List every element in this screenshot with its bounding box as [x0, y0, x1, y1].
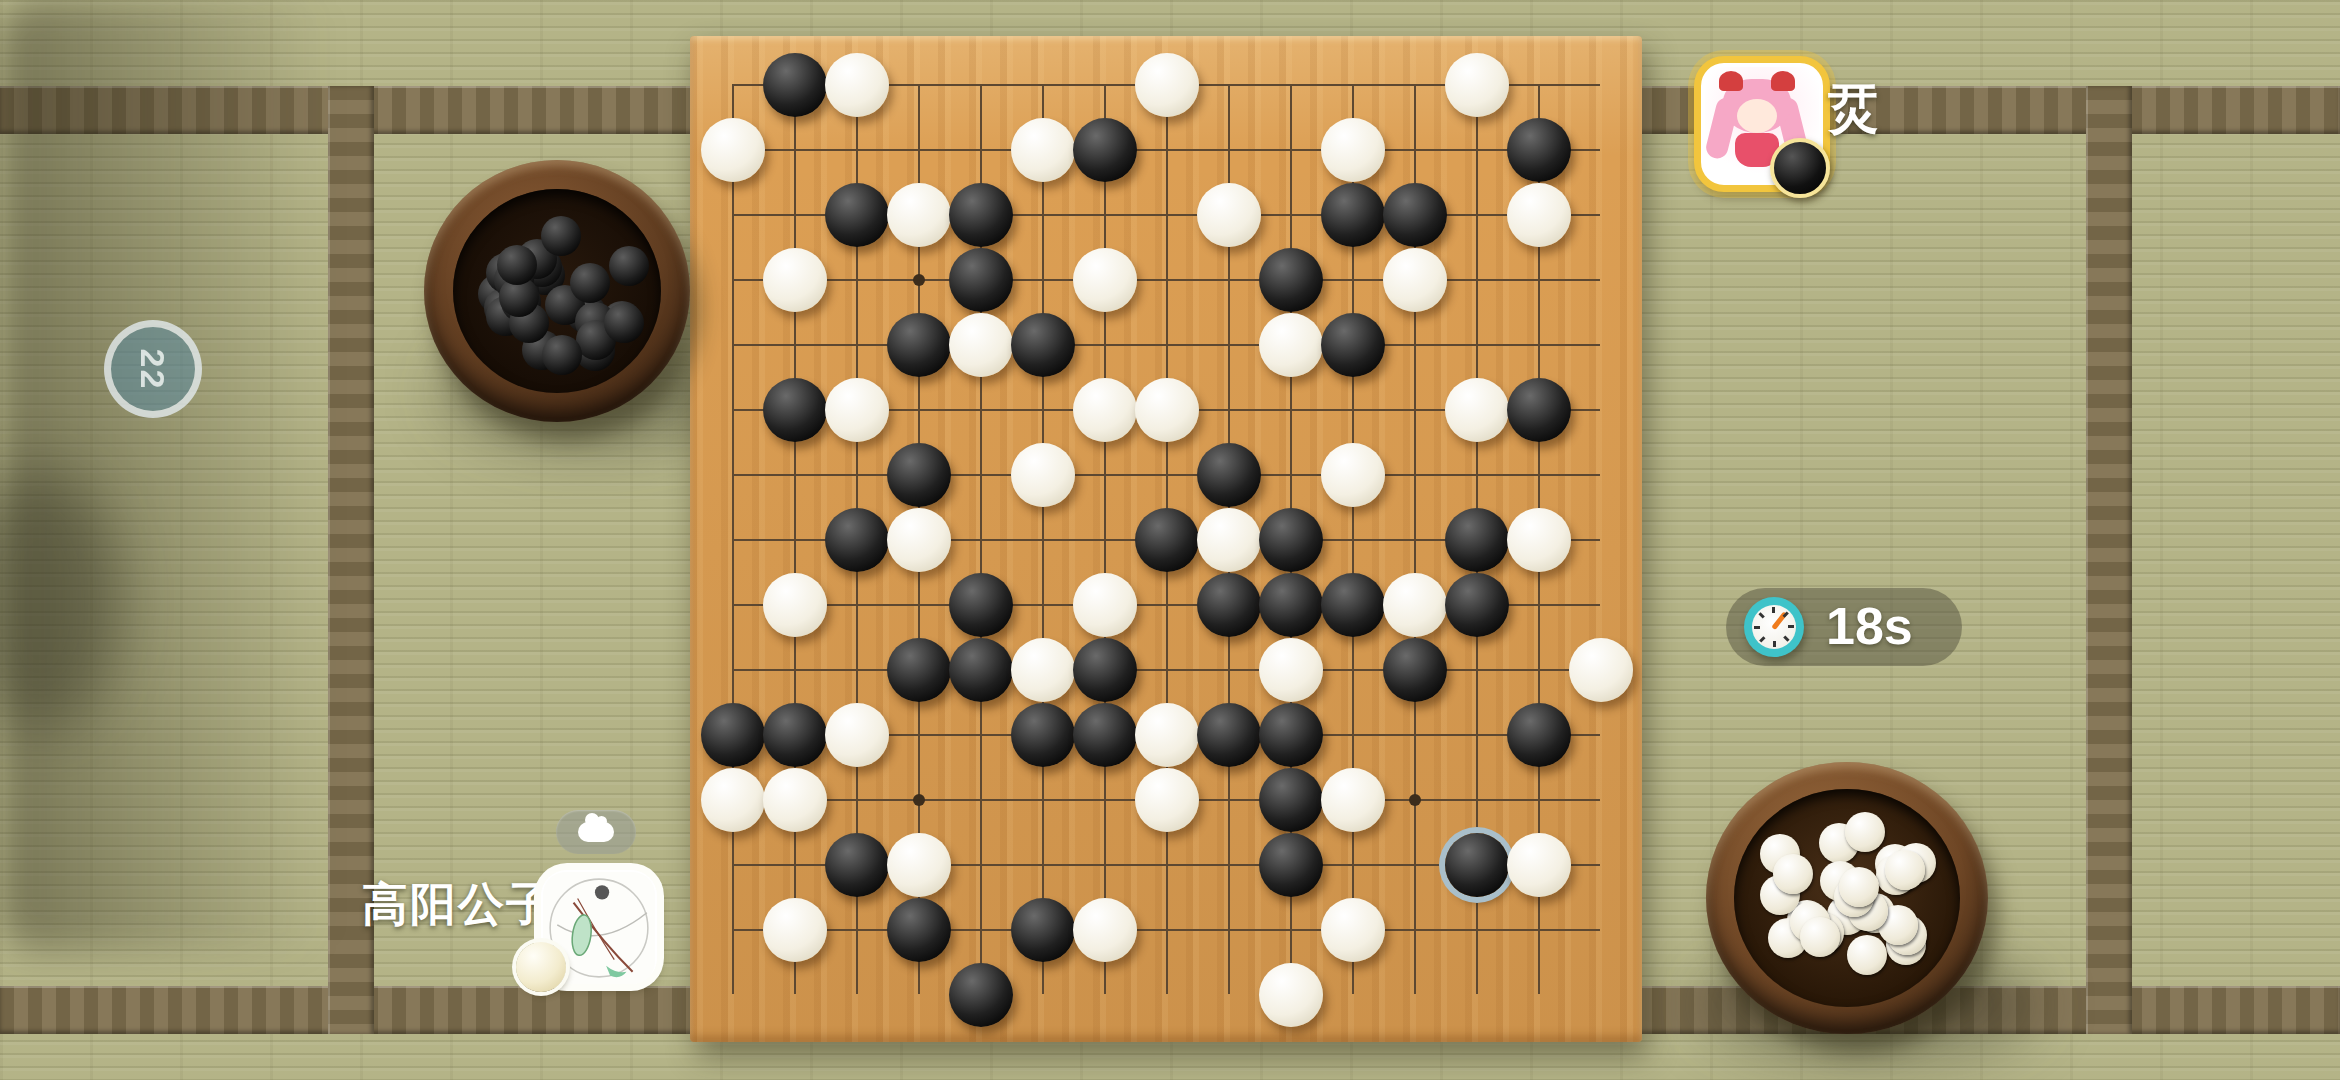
clock-tick	[1772, 607, 1775, 613]
black-stone	[1073, 638, 1137, 702]
black-stone	[1011, 703, 1075, 767]
black-stone	[1259, 703, 1323, 767]
bowl-white-stone	[1885, 850, 1925, 890]
black-stone	[1383, 638, 1447, 702]
bowl-black-stone	[604, 303, 644, 343]
black-stone	[1073, 118, 1137, 182]
board-shadow	[0, 0, 330, 950]
clock-tick	[1788, 625, 1794, 628]
white-stone	[1321, 443, 1385, 507]
white-stone	[1011, 443, 1075, 507]
white-stone	[1259, 313, 1323, 377]
white-stone	[701, 118, 765, 182]
black-stone	[763, 53, 827, 117]
white-stone	[1135, 378, 1199, 442]
bowl-black-stone	[542, 335, 582, 375]
white-stone	[763, 898, 827, 962]
white-stone	[1507, 183, 1571, 247]
black-stone	[887, 898, 951, 962]
white-stone	[1073, 898, 1137, 962]
top-player-name: 烎	[1828, 74, 1880, 144]
black-stone	[1321, 183, 1385, 247]
bowl-black-stone	[541, 216, 581, 256]
black-stone-bowl	[424, 160, 690, 422]
white-stone	[1197, 508, 1261, 572]
white-stone	[1073, 573, 1137, 637]
black-stone	[949, 963, 1013, 1027]
white-stone	[1135, 53, 1199, 117]
black-stone	[1507, 378, 1571, 442]
bowl-black-stone	[609, 246, 649, 286]
black-stone	[763, 378, 827, 442]
star-point	[913, 274, 925, 286]
black-stone	[1383, 183, 1447, 247]
white-stone-bowl	[1706, 762, 1988, 1034]
clock-tick	[1773, 641, 1776, 647]
white-stone	[1011, 638, 1075, 702]
board-grid[interactable]	[732, 84, 1600, 994]
black-stone	[1259, 508, 1323, 572]
bowl-white-stone	[1847, 935, 1887, 975]
white-stone	[1321, 118, 1385, 182]
bowl-white-stone	[1845, 812, 1885, 852]
white-stone	[1259, 963, 1323, 1027]
white-stone	[1383, 248, 1447, 312]
black-stone	[887, 443, 951, 507]
black-stone	[949, 248, 1013, 312]
white-stone	[1073, 378, 1137, 442]
black-stone	[825, 833, 889, 897]
white-stone	[1569, 638, 1633, 702]
bowl-white-stone	[1773, 854, 1813, 894]
white-stone	[1445, 378, 1509, 442]
black-stone	[1445, 573, 1509, 637]
white-stone	[701, 768, 765, 832]
black-stone-indicator-icon	[1770, 138, 1830, 198]
white-stone	[1011, 118, 1075, 182]
black-stone	[1011, 313, 1075, 377]
bowl-white-stone	[1839, 867, 1879, 907]
bottom-player-name: 高阳公子	[362, 874, 554, 936]
black-stone	[1259, 833, 1323, 897]
white-stone	[887, 508, 951, 572]
bowl-white-stone	[1800, 917, 1840, 957]
black-stone	[1011, 898, 1075, 962]
black-stone	[1259, 248, 1323, 312]
white-stone	[887, 833, 951, 897]
black-stone	[1445, 508, 1509, 572]
white-stone	[763, 248, 827, 312]
white-stone	[825, 378, 889, 442]
move-timer: 18s	[1726, 588, 1962, 666]
black-stone	[1197, 573, 1261, 637]
white-stone	[1259, 638, 1323, 702]
white-stone	[1507, 833, 1571, 897]
tatami-border-right	[2086, 86, 2132, 1034]
side-badge-text: 22	[133, 348, 172, 390]
white-stone	[763, 573, 827, 637]
black-stone	[825, 183, 889, 247]
black-stone	[1259, 768, 1323, 832]
cloud-icon	[578, 822, 614, 842]
black-stone	[1073, 703, 1137, 767]
black-stone	[763, 703, 827, 767]
black-stone-last-move	[1445, 833, 1509, 897]
white-stone-indicator-icon	[516, 942, 566, 992]
bowl-black-stone	[497, 245, 537, 285]
black-stone	[1197, 443, 1261, 507]
black-stone	[1321, 573, 1385, 637]
black-stone	[1507, 118, 1571, 182]
black-stone	[1197, 703, 1261, 767]
star-point	[913, 794, 925, 806]
clock-tick	[1754, 626, 1760, 629]
black-stone	[887, 638, 951, 702]
bowl-black-stone	[570, 263, 610, 303]
black-stone	[701, 703, 765, 767]
white-stone	[1135, 703, 1199, 767]
white-stone	[1321, 898, 1385, 962]
timer-value: 18s	[1826, 596, 1913, 656]
black-stone	[949, 638, 1013, 702]
white-stone	[887, 183, 951, 247]
stopwatch-icon	[1744, 597, 1804, 657]
white-stone	[1321, 768, 1385, 832]
white-stone	[1507, 508, 1571, 572]
white-stone	[1445, 53, 1509, 117]
black-stone	[949, 183, 1013, 247]
white-stone	[825, 703, 889, 767]
white-stone	[949, 313, 1013, 377]
white-stone	[1383, 573, 1447, 637]
black-stone	[1259, 573, 1323, 637]
black-stone	[1507, 703, 1571, 767]
white-stone	[825, 53, 889, 117]
black-stone	[825, 508, 889, 572]
go-board[interactable]	[690, 36, 1642, 1042]
black-stone	[1321, 313, 1385, 377]
black-stone	[949, 573, 1013, 637]
white-stone	[1197, 183, 1261, 247]
black-stone	[1135, 508, 1199, 572]
white-stone	[1135, 768, 1199, 832]
white-stone	[763, 768, 827, 832]
side-badge[interactable]: 22	[104, 320, 202, 418]
emote-cloud-button[interactable]	[556, 810, 636, 854]
white-stone	[1073, 248, 1137, 312]
star-point	[1409, 794, 1421, 806]
black-stone	[887, 313, 951, 377]
